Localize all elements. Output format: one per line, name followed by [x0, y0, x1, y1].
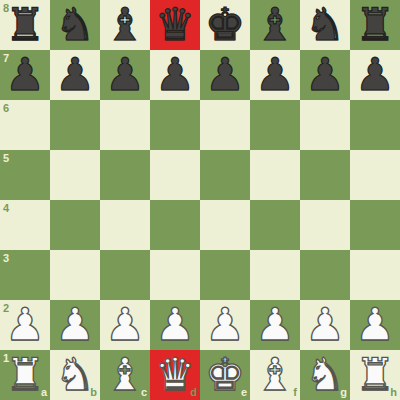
square-d3[interactable]: [150, 250, 200, 300]
piece-white-pawn[interactable]: ♟: [50, 300, 100, 350]
square-h1[interactable]: h♜: [350, 350, 400, 400]
square-b1[interactable]: b♞: [50, 350, 100, 400]
piece-white-pawn[interactable]: ♟: [100, 300, 150, 350]
rank-label-5: 5: [3, 153, 9, 164]
piece-black-rook[interactable]: ♜: [0, 0, 50, 50]
square-f5[interactable]: [250, 150, 300, 200]
square-e3[interactable]: [200, 250, 250, 300]
square-h8[interactable]: ♜: [350, 0, 400, 50]
piece-white-pawn[interactable]: ♟: [200, 300, 250, 350]
piece-white-king[interactable]: ♚: [200, 350, 250, 400]
piece-black-pawn[interactable]: ♟: [100, 50, 150, 100]
square-g6[interactable]: [300, 100, 350, 150]
piece-black-knight[interactable]: ♞: [50, 0, 100, 50]
square-f1[interactable]: f♝: [250, 350, 300, 400]
piece-white-rook[interactable]: ♜: [350, 350, 400, 400]
square-g5[interactable]: [300, 150, 350, 200]
rank-label-3: 3: [3, 253, 9, 264]
piece-white-queen[interactable]: ♛: [150, 350, 200, 400]
piece-black-queen[interactable]: ♛: [150, 0, 200, 50]
piece-white-bishop[interactable]: ♝: [250, 350, 300, 400]
square-a2[interactable]: 2♟: [0, 300, 50, 350]
square-f2[interactable]: ♟: [250, 300, 300, 350]
square-g2[interactable]: ♟: [300, 300, 350, 350]
piece-white-pawn[interactable]: ♟: [250, 300, 300, 350]
piece-white-pawn[interactable]: ♟: [300, 300, 350, 350]
square-h7[interactable]: ♟: [350, 50, 400, 100]
piece-black-king[interactable]: ♚: [200, 0, 250, 50]
square-b7[interactable]: ♟: [50, 50, 100, 100]
square-h5[interactable]: [350, 150, 400, 200]
square-a5[interactable]: 5: [0, 150, 50, 200]
square-b5[interactable]: [50, 150, 100, 200]
square-a6[interactable]: 6: [0, 100, 50, 150]
square-g1[interactable]: g♞: [300, 350, 350, 400]
piece-black-pawn[interactable]: ♟: [200, 50, 250, 100]
piece-white-knight[interactable]: ♞: [300, 350, 350, 400]
piece-black-bishop[interactable]: ♝: [100, 0, 150, 50]
square-f6[interactable]: [250, 100, 300, 150]
piece-black-pawn[interactable]: ♟: [300, 50, 350, 100]
rank-label-6: 6: [3, 103, 9, 114]
square-c7[interactable]: ♟: [100, 50, 150, 100]
square-h2[interactable]: ♟: [350, 300, 400, 350]
piece-white-pawn[interactable]: ♟: [0, 300, 50, 350]
piece-white-bishop[interactable]: ♝: [100, 350, 150, 400]
square-f4[interactable]: [250, 200, 300, 250]
square-c8[interactable]: ♝: [100, 0, 150, 50]
square-g7[interactable]: ♟: [300, 50, 350, 100]
piece-white-pawn[interactable]: ♟: [350, 300, 400, 350]
square-e6[interactable]: [200, 100, 250, 150]
square-c1[interactable]: c♝: [100, 350, 150, 400]
square-e7[interactable]: ♟: [200, 50, 250, 100]
piece-black-pawn[interactable]: ♟: [350, 50, 400, 100]
square-g8[interactable]: ♞: [300, 0, 350, 50]
square-c3[interactable]: [100, 250, 150, 300]
square-g4[interactable]: [300, 200, 350, 250]
piece-black-knight[interactable]: ♞: [300, 0, 350, 50]
chess-board: 8♜♞♝♛♚♝♞♜7♟♟♟♟♟♟♟♟65432♟♟♟♟♟♟♟♟1a♜b♞c♝d♛…: [0, 0, 400, 400]
square-e4[interactable]: [200, 200, 250, 250]
piece-white-knight[interactable]: ♞: [50, 350, 100, 400]
square-c2[interactable]: ♟: [100, 300, 150, 350]
square-d6[interactable]: [150, 100, 200, 150]
piece-black-bishop[interactable]: ♝: [250, 0, 300, 50]
piece-black-pawn[interactable]: ♟: [50, 50, 100, 100]
square-e8[interactable]: ♚: [200, 0, 250, 50]
piece-black-rook[interactable]: ♜: [350, 0, 400, 50]
square-a7[interactable]: 7♟: [0, 50, 50, 100]
square-a3[interactable]: 3: [0, 250, 50, 300]
square-h4[interactable]: [350, 200, 400, 250]
square-b6[interactable]: [50, 100, 100, 150]
square-d5[interactable]: [150, 150, 200, 200]
square-f3[interactable]: [250, 250, 300, 300]
square-b8[interactable]: ♞: [50, 0, 100, 50]
square-a8[interactable]: 8♜: [0, 0, 50, 50]
square-b3[interactable]: [50, 250, 100, 300]
square-e5[interactable]: [200, 150, 250, 200]
square-b2[interactable]: ♟: [50, 300, 100, 350]
square-f7[interactable]: ♟: [250, 50, 300, 100]
square-a4[interactable]: 4: [0, 200, 50, 250]
square-b4[interactable]: [50, 200, 100, 250]
square-a1[interactable]: 1a♜: [0, 350, 50, 400]
piece-black-pawn[interactable]: ♟: [150, 50, 200, 100]
square-d7[interactable]: ♟: [150, 50, 200, 100]
square-f8[interactable]: ♝: [250, 0, 300, 50]
square-c6[interactable]: [100, 100, 150, 150]
piece-white-rook[interactable]: ♜: [0, 350, 50, 400]
square-e1[interactable]: e♚: [200, 350, 250, 400]
piece-white-pawn[interactable]: ♟: [150, 300, 200, 350]
square-c5[interactable]: [100, 150, 150, 200]
square-e2[interactable]: ♟: [200, 300, 250, 350]
square-g3[interactable]: [300, 250, 350, 300]
piece-black-pawn[interactable]: ♟: [0, 50, 50, 100]
square-d1[interactable]: d♛: [150, 350, 200, 400]
square-d8[interactable]: ♛: [150, 0, 200, 50]
square-h3[interactable]: [350, 250, 400, 300]
square-d4[interactable]: [150, 200, 200, 250]
square-d2[interactable]: ♟: [150, 300, 200, 350]
square-c4[interactable]: [100, 200, 150, 250]
rank-label-4: 4: [3, 203, 9, 214]
square-h6[interactable]: [350, 100, 400, 150]
piece-black-pawn[interactable]: ♟: [250, 50, 300, 100]
